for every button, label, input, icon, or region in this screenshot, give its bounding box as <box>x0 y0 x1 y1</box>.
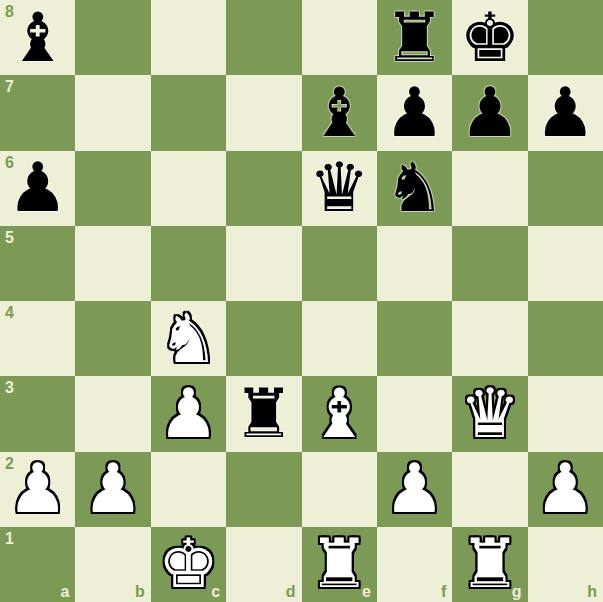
chess-board: 8♝♜♚7♝♟♟♟6♟♛♞54♞3♟♜♝♛2♟♟♟♟1abc♚de♜fg♜h <box>0 0 603 602</box>
piece-white-pawn-a2[interactable]: ♟ <box>0 452 75 527</box>
piece-white-bishop-e3[interactable]: ♝ <box>302 376 377 451</box>
square-b3[interactable] <box>75 376 150 451</box>
square-e6[interactable]: ♛ <box>302 151 377 226</box>
square-c8[interactable] <box>151 0 226 75</box>
file-label-a: a <box>60 584 69 600</box>
square-h2[interactable]: ♟ <box>528 452 603 527</box>
piece-black-pawn-f7[interactable]: ♟ <box>377 75 452 150</box>
rank-label-7: 7 <box>5 79 14 95</box>
piece-black-queen-e6[interactable]: ♛ <box>302 151 377 226</box>
square-c4[interactable]: ♞ <box>151 301 226 376</box>
square-f6[interactable]: ♞ <box>377 151 452 226</box>
piece-black-rook-d3[interactable]: ♜ <box>226 376 301 451</box>
square-g6[interactable] <box>452 151 527 226</box>
square-e2[interactable] <box>302 452 377 527</box>
square-c1[interactable]: c♚ <box>151 527 226 602</box>
piece-white-pawn-f2[interactable]: ♟ <box>377 452 452 527</box>
square-f5[interactable] <box>377 226 452 301</box>
square-f3[interactable] <box>377 376 452 451</box>
square-g3[interactable]: ♛ <box>452 376 527 451</box>
square-a3[interactable]: 3 <box>0 376 75 451</box>
rank-label-1: 1 <box>5 531 14 547</box>
square-d5[interactable] <box>226 226 301 301</box>
square-a4[interactable]: 4 <box>0 301 75 376</box>
square-d2[interactable] <box>226 452 301 527</box>
piece-white-rook-e1[interactable]: ♜ <box>302 527 377 602</box>
square-b6[interactable] <box>75 151 150 226</box>
square-c2[interactable] <box>151 452 226 527</box>
rank-label-5: 5 <box>5 230 14 246</box>
square-a2[interactable]: 2♟ <box>0 452 75 527</box>
square-b1[interactable]: b <box>75 527 150 602</box>
square-a1[interactable]: 1a <box>0 527 75 602</box>
square-a7[interactable]: 7 <box>0 75 75 150</box>
rank-label-3: 3 <box>5 380 14 396</box>
piece-black-rook-f8[interactable]: ♜ <box>377 0 452 75</box>
square-f4[interactable] <box>377 301 452 376</box>
square-e5[interactable] <box>302 226 377 301</box>
square-h1[interactable]: h <box>528 527 603 602</box>
square-c6[interactable] <box>151 151 226 226</box>
piece-white-queen-g3[interactable]: ♛ <box>452 376 527 451</box>
square-h3[interactable] <box>528 376 603 451</box>
square-e3[interactable]: ♝ <box>302 376 377 451</box>
square-c3[interactable]: ♟ <box>151 376 226 451</box>
square-g5[interactable] <box>452 226 527 301</box>
rank-label-4: 4 <box>5 305 14 321</box>
square-g4[interactable] <box>452 301 527 376</box>
square-d4[interactable] <box>226 301 301 376</box>
piece-black-pawn-h7[interactable]: ♟ <box>528 75 603 150</box>
piece-black-knight-f6[interactable]: ♞ <box>377 151 452 226</box>
piece-black-bishop-e7[interactable]: ♝ <box>302 75 377 150</box>
square-b4[interactable] <box>75 301 150 376</box>
square-e8[interactable] <box>302 0 377 75</box>
square-h5[interactable] <box>528 226 603 301</box>
square-b7[interactable] <box>75 75 150 150</box>
file-label-h: h <box>587 584 597 600</box>
square-f2[interactable]: ♟ <box>377 452 452 527</box>
square-e1[interactable]: e♜ <box>302 527 377 602</box>
piece-black-pawn-a6[interactable]: ♟ <box>0 151 75 226</box>
square-h4[interactable] <box>528 301 603 376</box>
square-g7[interactable]: ♟ <box>452 75 527 150</box>
square-e4[interactable] <box>302 301 377 376</box>
square-a5[interactable]: 5 <box>0 226 75 301</box>
square-a8[interactable]: 8♝ <box>0 0 75 75</box>
square-h6[interactable] <box>528 151 603 226</box>
piece-white-knight-c4[interactable]: ♞ <box>151 301 226 376</box>
square-b8[interactable] <box>75 0 150 75</box>
square-h8[interactable] <box>528 0 603 75</box>
piece-white-pawn-c3[interactable]: ♟ <box>151 376 226 451</box>
piece-black-pawn-g7[interactable]: ♟ <box>452 75 527 150</box>
square-f7[interactable]: ♟ <box>377 75 452 150</box>
piece-white-pawn-b2[interactable]: ♟ <box>75 452 150 527</box>
square-e7[interactable]: ♝ <box>302 75 377 150</box>
square-b5[interactable] <box>75 226 150 301</box>
square-h7[interactable]: ♟ <box>528 75 603 150</box>
piece-black-bishop-a8[interactable]: ♝ <box>0 0 75 75</box>
piece-white-rook-g1[interactable]: ♜ <box>452 527 527 602</box>
square-g2[interactable] <box>452 452 527 527</box>
file-label-d: d <box>286 584 296 600</box>
square-f8[interactable]: ♜ <box>377 0 452 75</box>
square-g8[interactable]: ♚ <box>452 0 527 75</box>
square-f1[interactable]: f <box>377 527 452 602</box>
square-d3[interactable]: ♜ <box>226 376 301 451</box>
square-b2[interactable]: ♟ <box>75 452 150 527</box>
square-d7[interactable] <box>226 75 301 150</box>
piece-black-king-g8[interactable]: ♚ <box>452 0 527 75</box>
square-g1[interactable]: g♜ <box>452 527 527 602</box>
piece-white-pawn-h2[interactable]: ♟ <box>528 452 603 527</box>
piece-white-king-c1[interactable]: ♚ <box>151 527 226 602</box>
square-d1[interactable]: d <box>226 527 301 602</box>
square-d8[interactable] <box>226 0 301 75</box>
file-label-b: b <box>135 584 145 600</box>
square-c5[interactable] <box>151 226 226 301</box>
square-d6[interactable] <box>226 151 301 226</box>
file-label-f: f <box>441 584 446 600</box>
square-a6[interactable]: 6♟ <box>0 151 75 226</box>
square-c7[interactable] <box>151 75 226 150</box>
